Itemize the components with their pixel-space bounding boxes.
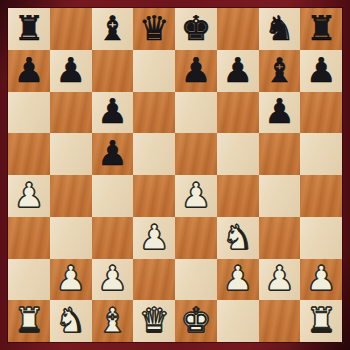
- square-g4[interactable]: [259, 175, 301, 217]
- black-pawn[interactable]: ♟: [97, 136, 127, 170]
- square-f6[interactable]: [217, 92, 259, 134]
- square-b4[interactable]: [50, 175, 92, 217]
- square-e7[interactable]: ♟: [175, 50, 217, 92]
- square-d1[interactable]: ♛: [133, 300, 175, 342]
- white-pawn[interactable]: ♟: [306, 261, 336, 295]
- black-bishop[interactable]: ♝: [97, 11, 127, 45]
- square-f5[interactable]: [217, 133, 259, 175]
- square-e8[interactable]: ♚: [175, 8, 217, 50]
- square-b3[interactable]: [50, 217, 92, 259]
- square-a2[interactable]: [8, 259, 50, 301]
- square-g8[interactable]: ♞: [259, 8, 301, 50]
- white-pawn[interactable]: ♟: [55, 261, 85, 295]
- square-e2[interactable]: [175, 259, 217, 301]
- square-d8[interactable]: ♛: [133, 8, 175, 50]
- square-c4[interactable]: [92, 175, 134, 217]
- square-c3[interactable]: [92, 217, 134, 259]
- square-g1[interactable]: [259, 300, 301, 342]
- square-f4[interactable]: [217, 175, 259, 217]
- square-e4[interactable]: ♟: [175, 175, 217, 217]
- square-e6[interactable]: [175, 92, 217, 134]
- square-e1[interactable]: ♚: [175, 300, 217, 342]
- square-c5[interactable]: ♟: [92, 133, 134, 175]
- square-a3[interactable]: [8, 217, 50, 259]
- white-pawn[interactable]: ♟: [264, 261, 294, 295]
- square-a8[interactable]: ♜: [8, 8, 50, 50]
- white-pawn[interactable]: ♟: [181, 178, 211, 212]
- square-h1[interactable]: ♜: [300, 300, 342, 342]
- square-g5[interactable]: [259, 133, 301, 175]
- square-h4[interactable]: [300, 175, 342, 217]
- white-rook[interactable]: ♜: [14, 303, 44, 337]
- white-pawn[interactable]: ♟: [222, 261, 252, 295]
- square-f8[interactable]: [217, 8, 259, 50]
- square-a6[interactable]: [8, 92, 50, 134]
- black-pawn[interactable]: ♟: [222, 53, 252, 87]
- square-a1[interactable]: ♜: [8, 300, 50, 342]
- black-rook[interactable]: ♜: [14, 11, 44, 45]
- square-b1[interactable]: ♞: [50, 300, 92, 342]
- black-queen[interactable]: ♛: [139, 11, 169, 45]
- black-pawn[interactable]: ♟: [264, 94, 294, 128]
- square-d3[interactable]: ♟: [133, 217, 175, 259]
- chess-board: ♜♝♛♚♞♜♟♟♟♟♝♟♟♟♟♟♟♟♞♟♟♟♟♟♜♞♝♛♚♜: [8, 8, 342, 342]
- black-pawn[interactable]: ♟: [55, 53, 85, 87]
- square-h2[interactable]: ♟: [300, 259, 342, 301]
- square-g7[interactable]: ♝: [259, 50, 301, 92]
- square-a5[interactable]: [8, 133, 50, 175]
- square-c6[interactable]: ♟: [92, 92, 134, 134]
- square-b7[interactable]: ♟: [50, 50, 92, 92]
- black-pawn[interactable]: ♟: [181, 53, 211, 87]
- square-e3[interactable]: [175, 217, 217, 259]
- square-f3[interactable]: ♞: [217, 217, 259, 259]
- black-king[interactable]: ♚: [181, 11, 211, 45]
- square-c1[interactable]: ♝: [92, 300, 134, 342]
- square-h8[interactable]: ♜: [300, 8, 342, 50]
- square-g6[interactable]: ♟: [259, 92, 301, 134]
- square-b8[interactable]: [50, 8, 92, 50]
- square-c2[interactable]: ♟: [92, 259, 134, 301]
- white-king[interactable]: ♚: [181, 303, 211, 337]
- black-rook[interactable]: ♜: [306, 11, 336, 45]
- square-c8[interactable]: ♝: [92, 8, 134, 50]
- black-bishop[interactable]: ♝: [264, 53, 294, 87]
- square-h6[interactable]: [300, 92, 342, 134]
- square-b5[interactable]: [50, 133, 92, 175]
- white-queen[interactable]: ♛: [139, 303, 169, 337]
- square-e5[interactable]: [175, 133, 217, 175]
- square-h7[interactable]: ♟: [300, 50, 342, 92]
- square-d5[interactable]: [133, 133, 175, 175]
- square-g3[interactable]: [259, 217, 301, 259]
- square-d6[interactable]: [133, 92, 175, 134]
- white-knight[interactable]: ♞: [222, 220, 252, 254]
- square-b2[interactable]: ♟: [50, 259, 92, 301]
- board-frame: ♜♝♛♚♞♜♟♟♟♟♝♟♟♟♟♟♟♟♞♟♟♟♟♟♜♞♝♛♚♜: [0, 0, 350, 350]
- black-pawn[interactable]: ♟: [14, 53, 44, 87]
- square-a4[interactable]: ♟: [8, 175, 50, 217]
- white-knight[interactable]: ♞: [55, 303, 85, 337]
- black-pawn[interactable]: ♟: [97, 94, 127, 128]
- square-d7[interactable]: [133, 50, 175, 92]
- square-f2[interactable]: ♟: [217, 259, 259, 301]
- square-g2[interactable]: ♟: [259, 259, 301, 301]
- white-bishop[interactable]: ♝: [97, 303, 127, 337]
- square-f1[interactable]: [217, 300, 259, 342]
- white-pawn[interactable]: ♟: [139, 220, 169, 254]
- square-f7[interactable]: ♟: [217, 50, 259, 92]
- black-knight[interactable]: ♞: [264, 11, 294, 45]
- white-rook[interactable]: ♜: [306, 303, 336, 337]
- square-a7[interactable]: ♟: [8, 50, 50, 92]
- white-pawn[interactable]: ♟: [14, 178, 44, 212]
- square-b6[interactable]: [50, 92, 92, 134]
- white-pawn[interactable]: ♟: [97, 261, 127, 295]
- square-c7[interactable]: [92, 50, 134, 92]
- square-d2[interactable]: [133, 259, 175, 301]
- square-h5[interactable]: [300, 133, 342, 175]
- black-pawn[interactable]: ♟: [306, 53, 336, 87]
- square-h3[interactable]: [300, 217, 342, 259]
- square-d4[interactable]: [133, 175, 175, 217]
